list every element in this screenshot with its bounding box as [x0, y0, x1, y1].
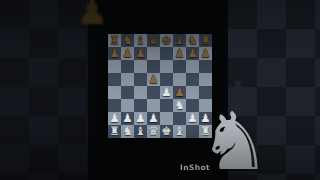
black-pawn[interactable]: ♟	[134, 47, 147, 60]
black-king[interactable]: ♚	[160, 34, 173, 47]
square-f6[interactable]	[173, 60, 186, 73]
square-e7[interactable]	[160, 47, 173, 60]
black-pawn[interactable]: ♟	[108, 47, 121, 60]
chess-board[interactable]: ♜♞♝♛♚♝♞♜♟♟♟♟♟♟♟♟♟♞♟♟♟♟♟♟♜♞♝♛♚♝♜	[108, 34, 212, 138]
square-d7[interactable]	[147, 47, 160, 60]
square-a5[interactable]	[108, 73, 121, 86]
square-b1[interactable]: ♞	[121, 125, 134, 138]
square-b4[interactable]	[121, 86, 134, 99]
square-g2[interactable]: ♟	[186, 112, 199, 125]
white-knight[interactable]: ♞	[121, 125, 134, 138]
square-c6[interactable]	[134, 60, 147, 73]
white-knight[interactable]: ♞	[173, 99, 186, 112]
white-queen[interactable]: ♛	[147, 125, 160, 138]
square-g4[interactable]	[186, 86, 199, 99]
square-e4[interactable]: ♟	[160, 86, 173, 99]
black-pawn[interactable]: ♟	[121, 47, 134, 60]
white-king[interactable]: ♚	[160, 125, 173, 138]
square-f1[interactable]: ♝	[173, 125, 186, 138]
square-h1[interactable]: ♜	[199, 125, 212, 138]
square-b6[interactable]	[121, 60, 134, 73]
square-h7[interactable]: ♟	[199, 47, 212, 60]
square-a6[interactable]	[108, 60, 121, 73]
background-pawn-icon: ♟	[281, 0, 320, 4]
square-d1[interactable]: ♛	[147, 125, 160, 138]
square-h4[interactable]	[199, 86, 212, 99]
white-bishop[interactable]: ♝	[173, 125, 186, 138]
white-rook[interactable]: ♜	[199, 125, 212, 138]
black-pawn[interactable]: ♟	[173, 47, 186, 60]
square-e8[interactable]: ♚	[160, 34, 173, 47]
square-c7[interactable]: ♟	[134, 47, 147, 60]
square-h6[interactable]	[199, 60, 212, 73]
square-c1[interactable]: ♝	[134, 125, 147, 138]
square-d5[interactable]: ♟	[147, 73, 160, 86]
watermark-label: InShot	[180, 163, 210, 172]
white-pawn[interactable]: ♟	[186, 112, 199, 125]
square-h5[interactable]	[199, 73, 212, 86]
black-pawn[interactable]: ♟	[147, 73, 160, 86]
square-e1[interactable]: ♚	[160, 125, 173, 138]
background-pawn-icon: ♟	[233, 0, 272, 4]
video-frame: ♟ ♟ ♟ ♝ ♞ ♜♞♝♛♚♝♞♜♟♟♟♟♟♟♟♟♟♞♟♟♟♟♟♟♜♞♝♛♚♝…	[0, 0, 320, 180]
square-d8[interactable]: ♛	[147, 34, 160, 47]
black-queen[interactable]: ♛	[147, 34, 160, 47]
square-g5[interactable]	[186, 73, 199, 86]
square-a1[interactable]: ♜	[108, 125, 121, 138]
white-rook[interactable]: ♜	[108, 125, 121, 138]
square-g1[interactable]	[186, 125, 199, 138]
square-a7[interactable]: ♟	[108, 47, 121, 60]
square-a4[interactable]	[108, 86, 121, 99]
black-pawn[interactable]: ♟	[186, 47, 199, 60]
square-c4[interactable]	[134, 86, 147, 99]
square-f3[interactable]: ♞	[173, 99, 186, 112]
square-f7[interactable]: ♟	[173, 47, 186, 60]
square-d4[interactable]	[147, 86, 160, 99]
square-e3[interactable]	[160, 99, 173, 112]
square-b7[interactable]: ♟	[121, 47, 134, 60]
square-e6[interactable]	[160, 60, 173, 73]
black-pawn[interactable]: ♟	[199, 47, 212, 60]
white-bishop[interactable]: ♝	[134, 125, 147, 138]
square-b5[interactable]	[121, 73, 134, 86]
background-pawn-icon: ♟	[76, 0, 108, 30]
square-g7[interactable]: ♟	[186, 47, 199, 60]
square-c5[interactable]	[134, 73, 147, 86]
square-g6[interactable]	[186, 60, 199, 73]
white-pawn[interactable]: ♟	[160, 86, 173, 99]
